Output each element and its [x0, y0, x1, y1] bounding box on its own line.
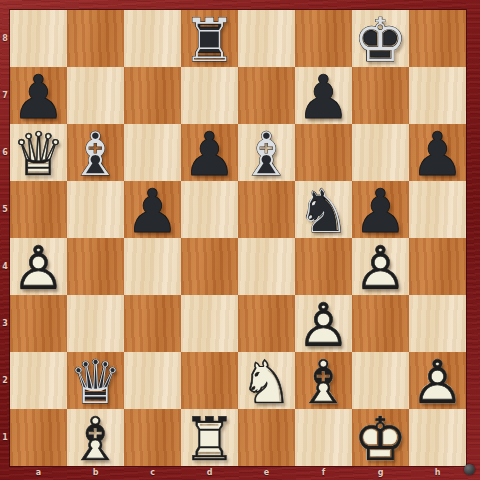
square-a6[interactable]: ♛♕ — [10, 124, 67, 181]
white-pawn-piece: ♟♙ — [409, 352, 466, 409]
chess-board: ♜♖♚♔♟♟♛♕♝♗♟♝♗♟♟♞♘♟♟♙♟♙♟♙♛♕♞♘♝♗♟♙♝♗♜♖♚♔ — [10, 10, 466, 466]
black-pawn-piece: ♟ — [295, 67, 352, 124]
square-g1[interactable]: ♚♔ — [352, 409, 409, 466]
rank-label-4: 4 — [0, 238, 10, 295]
square-g3[interactable] — [352, 295, 409, 352]
square-c3[interactable] — [124, 295, 181, 352]
square-f8[interactable] — [295, 10, 352, 67]
square-g2[interactable] — [352, 352, 409, 409]
white-knight-piece: ♞♘ — [238, 352, 295, 409]
square-e5[interactable] — [238, 181, 295, 238]
square-f3[interactable]: ♟♙ — [295, 295, 352, 352]
square-e6[interactable]: ♝♗ — [238, 124, 295, 181]
square-c8[interactable] — [124, 10, 181, 67]
square-a1[interactable] — [10, 409, 67, 466]
square-g7[interactable] — [352, 67, 409, 124]
square-e1[interactable] — [238, 409, 295, 466]
square-a2[interactable] — [10, 352, 67, 409]
square-c4[interactable] — [124, 238, 181, 295]
rank-label-5: 5 — [0, 181, 10, 238]
square-b3[interactable] — [67, 295, 124, 352]
square-e3[interactable] — [238, 295, 295, 352]
rank-label-7: 7 — [0, 67, 10, 124]
file-label-b: b — [67, 466, 124, 480]
square-g5[interactable]: ♟ — [352, 181, 409, 238]
square-d3[interactable] — [181, 295, 238, 352]
file-label-g: g — [352, 466, 409, 480]
square-d8[interactable]: ♜♖ — [181, 10, 238, 67]
square-b6[interactable]: ♝♗ — [67, 124, 124, 181]
square-h7[interactable] — [409, 67, 466, 124]
black-pawn-piece: ♟ — [409, 124, 466, 181]
black-knight-piece: ♞♘ — [295, 181, 352, 238]
file-label-a: a — [10, 466, 67, 480]
square-h1[interactable] — [409, 409, 466, 466]
rank-label-2: 2 — [0, 352, 10, 409]
square-b1[interactable]: ♝♗ — [67, 409, 124, 466]
square-g6[interactable] — [352, 124, 409, 181]
rank-label-8: 8 — [0, 10, 10, 67]
white-bishop-piece: ♝♗ — [67, 409, 124, 466]
black-queen-piece: ♛♕ — [67, 352, 124, 409]
square-a8[interactable] — [10, 10, 67, 67]
square-d4[interactable] — [181, 238, 238, 295]
black-bishop-piece: ♝♗ — [238, 124, 295, 181]
black-pawn-piece: ♟ — [181, 124, 238, 181]
board-frame: ♜♖♚♔♟♟♛♕♝♗♟♝♗♟♟♞♘♟♟♙♟♙♟♙♛♕♞♘♝♗♟♙♝♗♜♖♚♔ 8… — [0, 0, 480, 480]
square-f7[interactable]: ♟ — [295, 67, 352, 124]
square-h5[interactable] — [409, 181, 466, 238]
file-label-c: c — [124, 466, 181, 480]
black-pawn-piece: ♟ — [352, 181, 409, 238]
square-c1[interactable] — [124, 409, 181, 466]
square-d7[interactable] — [181, 67, 238, 124]
square-c5[interactable]: ♟ — [124, 181, 181, 238]
square-a5[interactable] — [10, 181, 67, 238]
file-label-d: d — [181, 466, 238, 480]
file-label-f: f — [295, 466, 352, 480]
file-label-h: h — [409, 466, 466, 480]
square-e4[interactable] — [238, 238, 295, 295]
square-h3[interactable] — [409, 295, 466, 352]
white-pawn-piece: ♟♙ — [295, 295, 352, 352]
square-e8[interactable] — [238, 10, 295, 67]
square-f5[interactable]: ♞♘ — [295, 181, 352, 238]
square-f2[interactable]: ♝♗ — [295, 352, 352, 409]
square-f4[interactable] — [295, 238, 352, 295]
white-bishop-piece: ♝♗ — [295, 352, 352, 409]
square-c6[interactable] — [124, 124, 181, 181]
square-h6[interactable]: ♟ — [409, 124, 466, 181]
square-f6[interactable] — [295, 124, 352, 181]
square-d5[interactable] — [181, 181, 238, 238]
square-b7[interactable] — [67, 67, 124, 124]
white-pawn-piece: ♟♙ — [10, 238, 67, 295]
square-e2[interactable]: ♞♘ — [238, 352, 295, 409]
square-d2[interactable] — [181, 352, 238, 409]
black-pawn-piece: ♟ — [124, 181, 181, 238]
black-king-piece: ♚♔ — [352, 10, 409, 67]
square-b4[interactable] — [67, 238, 124, 295]
white-pawn-piece: ♟♙ — [352, 238, 409, 295]
black-rook-piece: ♜♖ — [181, 10, 238, 67]
rank-label-1: 1 — [0, 409, 10, 466]
square-e7[interactable] — [238, 67, 295, 124]
square-c7[interactable] — [124, 67, 181, 124]
square-a7[interactable]: ♟ — [10, 67, 67, 124]
square-b2[interactable]: ♛♕ — [67, 352, 124, 409]
square-f1[interactable] — [295, 409, 352, 466]
black-bishop-piece: ♝♗ — [67, 124, 124, 181]
rank-label-3: 3 — [0, 295, 10, 352]
white-rook-piece: ♜♖ — [181, 409, 238, 466]
square-g8[interactable]: ♚♔ — [352, 10, 409, 67]
file-label-e: e — [238, 466, 295, 480]
frame-screw-decoration — [464, 464, 475, 475]
square-b8[interactable] — [67, 10, 124, 67]
square-g4[interactable]: ♟♙ — [352, 238, 409, 295]
square-d1[interactable]: ♜♖ — [181, 409, 238, 466]
square-b5[interactable] — [67, 181, 124, 238]
white-king-piece: ♚♔ — [352, 409, 409, 466]
square-c2[interactable] — [124, 352, 181, 409]
square-a3[interactable] — [10, 295, 67, 352]
square-h4[interactable] — [409, 238, 466, 295]
black-pawn-piece: ♟ — [10, 67, 67, 124]
rank-label-6: 6 — [0, 124, 10, 181]
square-a4[interactable]: ♟♙ — [10, 238, 67, 295]
square-h8[interactable] — [409, 10, 466, 67]
square-h2[interactable]: ♟♙ — [409, 352, 466, 409]
white-queen-piece: ♛♕ — [10, 124, 67, 181]
square-d6[interactable]: ♟ — [181, 124, 238, 181]
